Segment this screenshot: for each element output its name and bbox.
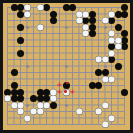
black-stone: ●	[89, 30, 96, 37]
white-stone: ●	[95, 56, 102, 63]
white-stone: ●	[102, 102, 109, 109]
white-stone: ●	[95, 108, 102, 115]
white-stone: ●	[76, 17, 83, 24]
black-stone: ●	[50, 17, 57, 24]
white-stone: ●	[102, 121, 109, 128]
black-stone: ●	[95, 82, 102, 89]
white-stone: ●	[37, 108, 44, 115]
star-point	[104, 65, 107, 68]
black-stone: ●	[82, 17, 89, 24]
star-point	[65, 26, 68, 29]
white-stone: ●	[50, 95, 57, 102]
black-stone: ●	[50, 102, 57, 109]
black-stone: ●	[43, 4, 50, 11]
white-stone: ●	[17, 108, 24, 115]
black-stone: ●	[121, 30, 128, 37]
black-stone: ●	[115, 24, 122, 31]
white-stone: ●	[24, 115, 31, 122]
black-stone: ●	[121, 11, 128, 18]
black-stone: ●	[108, 56, 115, 63]
last-move-marker	[64, 90, 67, 93]
white-stone: ●	[108, 11, 115, 18]
black-stone: ●	[17, 24, 24, 31]
black-stone: ●	[102, 69, 109, 76]
black-stone: ●	[11, 82, 18, 89]
star-point	[104, 26, 107, 29]
white-stone: ●	[115, 43, 122, 50]
white-stone: ●	[108, 115, 115, 122]
black-stone: ●	[108, 17, 115, 24]
white-stone: ●	[108, 50, 115, 57]
black-stone: ●	[17, 11, 24, 18]
black-stone: ●	[17, 50, 24, 57]
black-stone: ●	[11, 69, 18, 76]
black-stone: ●	[121, 89, 128, 96]
white-stone: ●	[108, 37, 115, 44]
white-stone: ●	[30, 108, 37, 115]
last-move-marker	[66, 82, 69, 85]
red-cross-marker: +	[56, 89, 63, 96]
board-frame: ●●●●●●●●●●●●●●●●●●●●●●●●●●●●●●●●●●●●●●●●…	[0, 0, 133, 133]
white-stone: ●	[24, 4, 31, 11]
black-stone: ●	[115, 63, 122, 70]
red-cross-marker: +	[69, 89, 76, 96]
star-point	[65, 104, 68, 107]
black-stone: ●	[43, 95, 50, 102]
star-point	[26, 65, 29, 68]
white-stone: ●	[24, 11, 31, 18]
white-stone: ●	[108, 76, 115, 83]
star-point	[26, 104, 29, 107]
white-stone: ●	[102, 56, 109, 63]
black-stone: ●	[121, 43, 128, 50]
white-stone: ●	[37, 4, 44, 11]
star-point	[65, 65, 68, 68]
black-stone: ●	[30, 95, 37, 102]
black-stone: ●	[95, 69, 102, 76]
white-stone: ●	[82, 11, 89, 18]
white-stone: ●	[76, 108, 83, 115]
white-stone: ●	[43, 102, 50, 109]
white-stone: ●	[37, 24, 44, 31]
black-stone: ●	[17, 37, 24, 44]
black-stone: ●	[69, 4, 76, 11]
star-point	[26, 26, 29, 29]
black-stone: ●	[108, 43, 115, 50]
white-stone: ●	[4, 95, 11, 102]
black-stone: ●	[17, 4, 24, 11]
white-stone: ●	[102, 17, 109, 24]
go-board[interactable]: ●●●●●●●●●●●●●●●●●●●●●●●●●●●●●●●●●●●●●●●●…	[3, 3, 130, 130]
black-stone: ●	[89, 17, 96, 24]
white-stone: ●	[82, 30, 89, 37]
black-stone: ●	[121, 4, 128, 11]
white-stone: ●	[108, 30, 115, 37]
black-stone: ●	[17, 95, 24, 102]
